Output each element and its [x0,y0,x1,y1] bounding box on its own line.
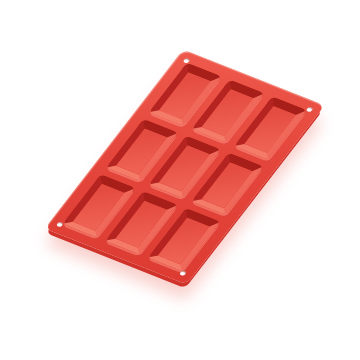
product-photo [0,0,360,360]
corner-hole [306,107,314,113]
corner-hole [56,222,64,228]
corner-hole [179,270,187,276]
cavity-grid [62,63,307,272]
silicone-mold [45,50,325,285]
